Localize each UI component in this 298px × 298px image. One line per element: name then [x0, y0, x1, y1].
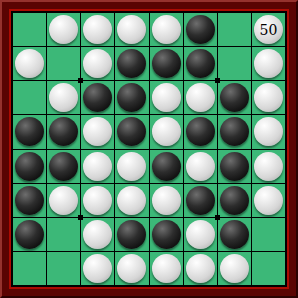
cell-g3[interactable]: [218, 81, 251, 114]
cell-a5[interactable]: [13, 150, 46, 183]
star-point: [215, 78, 220, 83]
cell-g7[interactable]: [218, 218, 251, 251]
cell-b2[interactable]: [47, 47, 80, 80]
black-disc: [220, 83, 249, 112]
white-disc: [117, 186, 146, 215]
cell-c5[interactable]: [81, 150, 114, 183]
star-point: [78, 78, 83, 83]
white-disc: [83, 15, 112, 44]
white-disc: [186, 83, 215, 112]
black-disc: [49, 117, 78, 146]
black-disc: [220, 152, 249, 181]
white-disc: [83, 220, 112, 249]
white-disc: [186, 220, 215, 249]
cell-d3[interactable]: [115, 81, 148, 114]
black-disc: [49, 152, 78, 181]
cell-c2[interactable]: [81, 47, 114, 80]
cell-h3[interactable]: [252, 81, 285, 114]
cell-b1[interactable]: [47, 13, 80, 46]
black-disc: [15, 117, 44, 146]
white-disc: [254, 49, 283, 78]
cell-a1[interactable]: [13, 13, 46, 46]
white-disc: [83, 152, 112, 181]
black-disc: [15, 220, 44, 249]
last-move-number: 50: [260, 23, 278, 37]
cell-b7[interactable]: [47, 218, 80, 251]
cell-c3[interactable]: [81, 81, 114, 114]
cell-e2[interactable]: [150, 47, 183, 80]
white-disc: [83, 186, 112, 215]
cell-d8[interactable]: [115, 252, 148, 285]
black-disc: [117, 220, 146, 249]
cell-g5[interactable]: [218, 150, 251, 183]
cell-g2[interactable]: [218, 47, 251, 80]
black-disc: [152, 220, 181, 249]
black-disc: [220, 117, 249, 146]
white-disc: [254, 186, 283, 215]
black-disc: [83, 83, 112, 112]
white-disc: [83, 49, 112, 78]
cell-d1[interactable]: [115, 13, 148, 46]
white-disc: [117, 15, 146, 44]
white-disc: [254, 152, 283, 181]
white-disc: [254, 117, 283, 146]
white-disc: [186, 152, 215, 181]
cell-b4[interactable]: [47, 115, 80, 148]
cell-f3[interactable]: [184, 81, 217, 114]
board-frame: 50: [0, 0, 298, 298]
cell-a7[interactable]: [13, 218, 46, 251]
cell-f8[interactable]: [184, 252, 217, 285]
black-disc: [186, 117, 215, 146]
star-point: [215, 215, 220, 220]
cell-b3[interactable]: [47, 81, 80, 114]
white-disc: [152, 186, 181, 215]
white-disc: [15, 49, 44, 78]
cell-a4[interactable]: [13, 115, 46, 148]
white-disc: [49, 186, 78, 215]
cell-a6[interactable]: [13, 184, 46, 217]
cell-c1[interactable]: [81, 13, 114, 46]
cell-a3[interactable]: [13, 81, 46, 114]
cell-b6[interactable]: [47, 184, 80, 217]
cell-f6[interactable]: [184, 184, 217, 217]
white-disc: [152, 15, 181, 44]
cell-g8[interactable]: [218, 252, 251, 285]
white-disc: [83, 117, 112, 146]
white-disc: [49, 83, 78, 112]
cell-d7[interactable]: [115, 218, 148, 251]
cell-h7[interactable]: [252, 218, 285, 251]
black-disc: [220, 186, 249, 215]
white-disc: [83, 254, 112, 283]
cell-e7[interactable]: [150, 218, 183, 251]
white-disc: [220, 254, 249, 283]
cell-b5[interactable]: [47, 150, 80, 183]
cell-f7[interactable]: [184, 218, 217, 251]
cell-h5[interactable]: [252, 150, 285, 183]
cell-e6[interactable]: [150, 184, 183, 217]
cell-a2[interactable]: [13, 47, 46, 80]
cell-f5[interactable]: [184, 150, 217, 183]
white-disc: [152, 254, 181, 283]
cell-g4[interactable]: [218, 115, 251, 148]
white-disc: [152, 117, 181, 146]
cell-d4[interactable]: [115, 115, 148, 148]
star-point: [78, 215, 83, 220]
othello-board: 50: [11, 11, 287, 287]
cell-d6[interactable]: [115, 184, 148, 217]
black-disc: [15, 152, 44, 181]
cell-h8[interactable]: [252, 252, 285, 285]
white-disc: 50: [254, 15, 283, 44]
cell-h2[interactable]: [252, 47, 285, 80]
cell-a8[interactable]: [13, 252, 46, 285]
black-disc: [15, 186, 44, 215]
white-disc: [186, 254, 215, 283]
cell-e1[interactable]: [150, 13, 183, 46]
black-disc: [186, 15, 215, 44]
cell-f1[interactable]: [184, 13, 217, 46]
cell-h4[interactable]: [252, 115, 285, 148]
cell-c4[interactable]: [81, 115, 114, 148]
white-disc: [117, 254, 146, 283]
cell-f4[interactable]: [184, 115, 217, 148]
black-disc: [186, 49, 215, 78]
cell-h6[interactable]: [252, 184, 285, 217]
black-disc: [220, 220, 249, 249]
cell-b8[interactable]: [47, 252, 80, 285]
cell-d5[interactable]: [115, 150, 148, 183]
black-disc: [117, 83, 146, 112]
black-disc: [186, 186, 215, 215]
cell-c6[interactable]: [81, 184, 114, 217]
cell-c7[interactable]: [81, 218, 114, 251]
cell-d2[interactable]: [115, 47, 148, 80]
cell-e3[interactable]: [150, 81, 183, 114]
black-disc: [117, 117, 146, 146]
cell-f2[interactable]: [184, 47, 217, 80]
white-disc: [117, 152, 146, 181]
cell-e4[interactable]: [150, 115, 183, 148]
white-disc: [152, 83, 181, 112]
cell-g6[interactable]: [218, 184, 251, 217]
white-disc: [254, 83, 283, 112]
white-disc: [49, 15, 78, 44]
cell-e5[interactable]: [150, 150, 183, 183]
cell-e8[interactable]: [150, 252, 183, 285]
cell-c8[interactable]: [81, 252, 114, 285]
black-disc: [152, 152, 181, 181]
black-disc: [117, 49, 146, 78]
cell-g1[interactable]: [218, 13, 251, 46]
cell-h1[interactable]: 50: [252, 13, 285, 46]
black-disc: [152, 49, 181, 78]
